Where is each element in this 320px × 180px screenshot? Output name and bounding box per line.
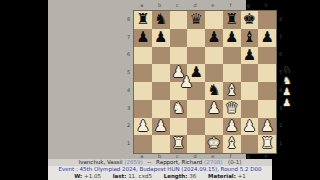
square-d5: ♟ — [187, 64, 205, 82]
square-b8: ♞ — [152, 11, 170, 29]
players-line: Ivanchuk, Vassil (2659) -- Rapport, Rich… — [48, 159, 272, 166]
square-f6 — [223, 47, 241, 65]
material-label: Material: — [208, 173, 236, 179]
black-rook-a8: ♜ — [134, 10, 152, 28]
black-pawn-g6: ♟ — [241, 46, 259, 64]
black-pawn-a7: ♟ — [134, 28, 152, 46]
rank-label-2: 2 — [125, 117, 132, 135]
white-rook-c1: ♜ — [170, 134, 188, 152]
white-pawn-h2: ♟ — [258, 117, 276, 135]
players-separator: -- — [147, 159, 151, 165]
square-a6 — [134, 47, 152, 65]
captured-material-tray: ♞♞♟♟ — [281, 64, 293, 108]
file-label-g: g — [240, 2, 258, 8]
rank-label-2: 2 — [277, 117, 284, 135]
square-h1: ♜ — [258, 135, 276, 153]
rank-label-1: 1 — [277, 134, 284, 152]
length-label: Length: — [164, 173, 188, 179]
square-f1: ♝ — [223, 135, 241, 153]
chess-board: ♜♞♛♜♚♟♟♟♟♝♟♟♟♟♟♞♝♞♟♛♟♟♟♟♟♜♚♝♜ — [133, 10, 277, 154]
white-queen-f3: ♛ — [223, 99, 241, 117]
square-f8: ♜ — [223, 11, 241, 29]
rank-label-5: 5 — [125, 63, 132, 81]
square-g3 — [241, 100, 259, 118]
material-field: Material: +1 — [208, 173, 246, 179]
square-a1 — [134, 135, 152, 153]
square-a3 — [134, 100, 152, 118]
square-h6 — [258, 47, 276, 65]
white-pawn-c5: ♟ — [170, 63, 188, 81]
square-f4: ♝ — [223, 82, 241, 100]
black-pawn-h7: ♟ — [258, 28, 276, 46]
square-g4 — [241, 82, 259, 100]
black-player-rating: (2708) — [204, 159, 222, 165]
tray-black-knight: ♞ — [283, 64, 292, 75]
square-b4 — [152, 82, 170, 100]
square-b6 — [152, 47, 170, 65]
square-c3: ♞ — [170, 100, 188, 118]
rank-label-8: 8 — [277, 10, 284, 28]
eval-field: W: +1.05 — [74, 173, 101, 179]
square-c5: ♟ — [170, 64, 188, 82]
square-h5 — [258, 64, 276, 82]
rank-labels-left: 87654321 — [125, 10, 132, 152]
white-bishop-f4: ♝ — [223, 81, 241, 99]
white-rook-h1: ♜ — [258, 134, 276, 152]
video-content-frame: abcdefgh abcdefgh 87654321 87654321 ♜♞♛♜… — [48, 0, 246, 159]
square-d2 — [187, 118, 205, 136]
rank-label-6: 6 — [277, 46, 284, 64]
white-player-name: Ivanchuk, Vassil — [79, 159, 123, 165]
black-bishop-g7: ♝ — [241, 28, 259, 46]
black-player-name: Rapport, Richard — [156, 159, 202, 165]
square-a5 — [134, 64, 152, 82]
square-e8 — [205, 11, 223, 29]
square-b2: ♟ — [152, 118, 170, 136]
white-player-rating: (2659) — [124, 159, 142, 165]
rank-label-3: 3 — [125, 99, 132, 117]
square-h3 — [258, 100, 276, 118]
black-rook-f8: ♜ — [223, 10, 241, 28]
square-g7: ♝ — [241, 29, 259, 47]
square-g2: ♟ — [241, 118, 259, 136]
square-d8: ♛ — [187, 11, 205, 29]
white-pawn-f2: ♟ — [223, 117, 241, 135]
square-b7: ♟ — [152, 29, 170, 47]
square-f3: ♛ — [223, 100, 241, 118]
eval-value: +1.05 — [84, 173, 101, 179]
square-g8: ♚ — [241, 11, 259, 29]
eval-label: W: — [74, 173, 82, 179]
file-label-e: e — [204, 2, 222, 8]
square-g6: ♟ — [241, 47, 259, 65]
square-g5 — [241, 64, 259, 82]
square-c1: ♜ — [170, 135, 188, 153]
square-e7: ♟ — [205, 29, 223, 47]
square-b5 — [152, 64, 170, 82]
square-e6 — [205, 47, 223, 65]
square-c2 — [170, 118, 188, 136]
square-a8: ♜ — [134, 11, 152, 29]
game-result: (0-1) — [228, 159, 241, 165]
square-d6 — [187, 47, 205, 65]
square-c6 — [170, 47, 188, 65]
white-bishop-f1: ♝ — [223, 134, 241, 152]
tray-white-pawn: ♟ — [283, 97, 292, 108]
square-h4 — [258, 82, 276, 100]
white-pawn-e3: ♟ — [205, 99, 223, 117]
square-a2: ♟ — [134, 118, 152, 136]
black-pawn-e7: ♟ — [205, 28, 223, 46]
rank-label-1: 1 — [125, 134, 132, 152]
black-king-g8: ♚ — [241, 10, 259, 28]
rank-label-7: 7 — [125, 28, 132, 46]
black-knight-b8: ♞ — [152, 10, 170, 28]
square-h2: ♟ — [258, 118, 276, 136]
square-f7: ♟ — [223, 29, 241, 47]
last-move-value: 11. cxd5 — [128, 173, 152, 179]
file-label-f: f — [222, 2, 240, 8]
square-h8 — [258, 11, 276, 29]
black-queen-d8: ♛ — [187, 10, 205, 28]
tray-white-pawn: ♟ — [283, 86, 292, 97]
square-e1: ♚ — [205, 135, 223, 153]
square-g1 — [241, 135, 259, 153]
file-labels-top: abcdefgh — [133, 2, 275, 8]
black-pawn-b7: ♟ — [152, 28, 170, 46]
square-c7 — [170, 29, 188, 47]
white-pawn-g2: ♟ — [241, 117, 259, 135]
square-e4: ♞ — [205, 82, 223, 100]
black-pawn-f7: ♟ — [223, 28, 241, 46]
square-d3 — [187, 100, 205, 118]
square-f5 — [223, 64, 241, 82]
square-h7: ♟ — [258, 29, 276, 47]
rank-label-7: 7 — [277, 28, 284, 46]
last-move-label: last: — [113, 173, 127, 179]
file-label-c: c — [169, 2, 187, 8]
file-label-a: a — [133, 2, 151, 8]
black-knight-e4: ♞ — [205, 81, 223, 99]
square-d1 — [187, 135, 205, 153]
square-e3: ♟ — [205, 100, 223, 118]
file-label-h: h — [257, 2, 275, 8]
square-c4: ♟ — [170, 82, 188, 100]
black-pawn-d5: ♟ — [187, 63, 205, 81]
material-value: +1 — [238, 173, 246, 179]
square-d7 — [187, 29, 205, 47]
white-knight-c3: ♞ — [170, 99, 188, 117]
square-e2 — [205, 118, 223, 136]
rank-label-8: 8 — [125, 10, 132, 28]
white-pawn-b2: ♟ — [152, 117, 170, 135]
length-field: Length: 36 — [164, 173, 197, 179]
last-move-field: last: 11. cxd5 — [113, 173, 152, 179]
square-a4 — [134, 82, 152, 100]
square-d4 — [187, 82, 205, 100]
event-line: Event : 45th Olympiad 2024, Budapest HUN… — [48, 166, 272, 173]
square-e5 — [205, 64, 223, 82]
rank-label-6: 6 — [125, 46, 132, 64]
rank-label-4: 4 — [125, 81, 132, 99]
engine-status-line: W: +1.05 last: 11. cxd5 Length: 36 Mater… — [48, 173, 272, 180]
square-b3 — [152, 100, 170, 118]
file-label-d: d — [186, 2, 204, 8]
length-value: 36 — [189, 173, 196, 179]
square-f2: ♟ — [223, 118, 241, 136]
square-c8 — [170, 11, 188, 29]
square-a7: ♟ — [134, 29, 152, 47]
game-info-bar: Ivanchuk, Vassil (2659) -- Rapport, Rich… — [48, 159, 272, 180]
tray-white-knight: ♞ — [283, 75, 292, 86]
white-pawn-a2: ♟ — [134, 117, 152, 135]
file-label-b: b — [151, 2, 169, 8]
white-king-e1: ♚ — [205, 134, 223, 152]
square-b1 — [152, 135, 170, 153]
